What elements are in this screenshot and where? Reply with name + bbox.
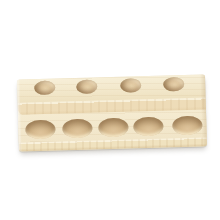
bottle-hole (172, 115, 203, 135)
photo-canvas (0, 0, 220, 220)
front-tier-holes (17, 74, 207, 151)
oil-rack (17, 74, 207, 151)
bottle-hole (25, 120, 56, 140)
bottle-hole (62, 119, 93, 139)
bottle-hole (133, 117, 164, 137)
bottle-hole (98, 118, 129, 138)
